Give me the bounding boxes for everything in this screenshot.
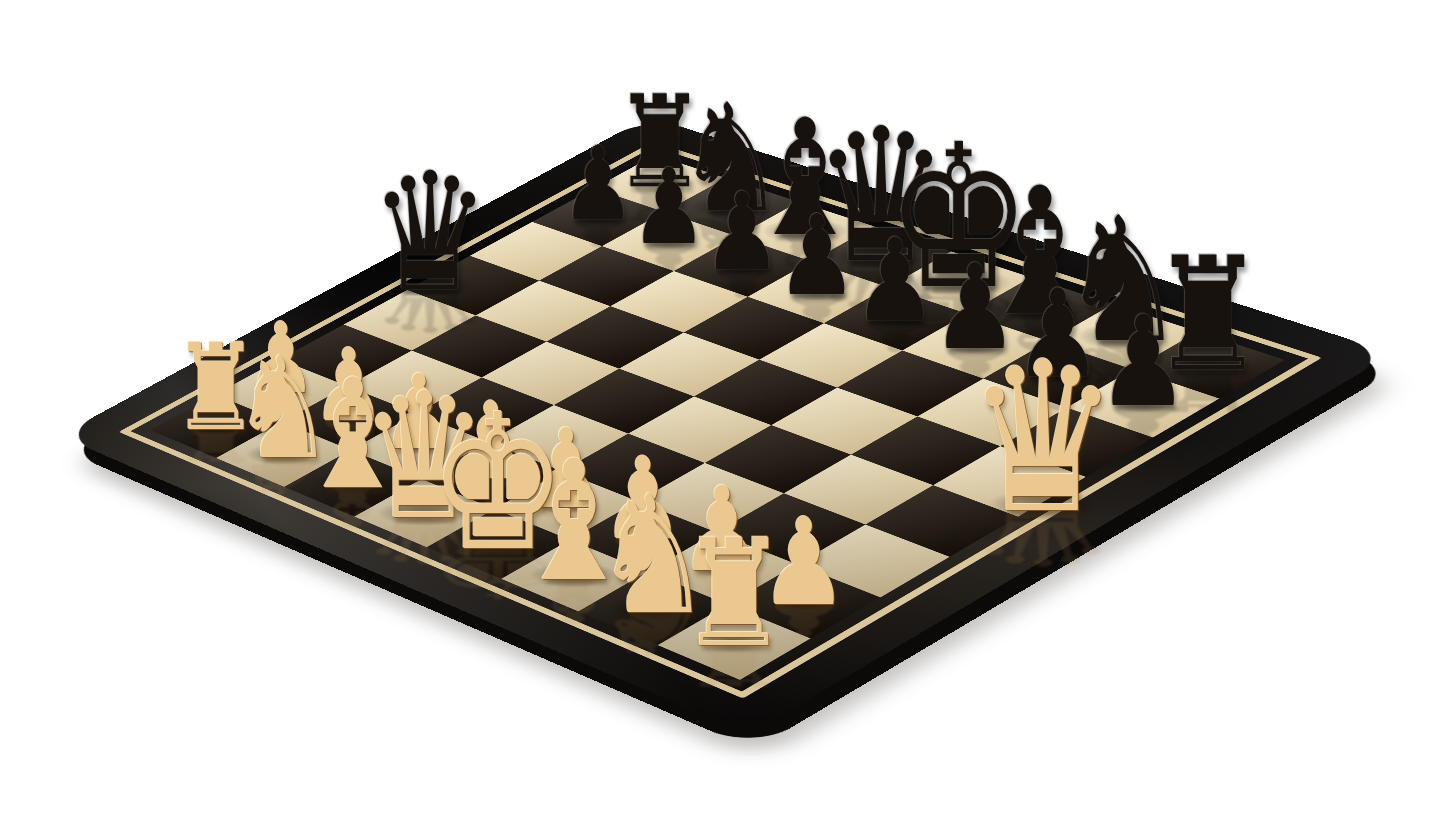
chess-set-photo: Overhead-angle product photo of a Staunt… (0, 0, 1445, 813)
board-grid (150, 155, 1285, 680)
chess-board (59, 116, 1393, 734)
